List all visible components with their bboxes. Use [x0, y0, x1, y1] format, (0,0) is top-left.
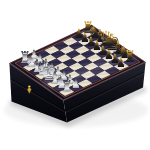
chess-set-photo: ♜♞♝♛♚♝♞♜♟♟♟♟♟♟♟♟♟♟♟♟♟♟♟♟♜♞♝♛♚♝♞♜	[0, 0, 150, 150]
